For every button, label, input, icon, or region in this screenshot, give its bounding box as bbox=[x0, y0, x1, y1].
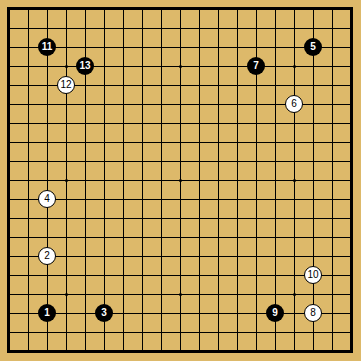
stone-black-9[interactable]: 9 bbox=[266, 304, 284, 322]
stones-layer: 12345678910111213 bbox=[0, 0, 361, 361]
stone-black-1[interactable]: 1 bbox=[38, 304, 56, 322]
stone-black-3[interactable]: 3 bbox=[95, 304, 113, 322]
stone-black-5[interactable]: 5 bbox=[304, 38, 322, 56]
go-board[interactable]: 12345678910111213 bbox=[0, 0, 361, 361]
stone-black-11[interactable]: 11 bbox=[38, 38, 56, 56]
stone-white-4[interactable]: 4 bbox=[38, 190, 56, 208]
stone-white-6[interactable]: 6 bbox=[285, 95, 303, 113]
stone-black-7[interactable]: 7 bbox=[247, 57, 265, 75]
stone-black-13[interactable]: 13 bbox=[76, 57, 94, 75]
stone-white-10[interactable]: 10 bbox=[304, 266, 322, 284]
stone-white-12[interactable]: 12 bbox=[57, 76, 75, 94]
stone-white-8[interactable]: 8 bbox=[304, 304, 322, 322]
stone-white-2[interactable]: 2 bbox=[38, 247, 56, 265]
